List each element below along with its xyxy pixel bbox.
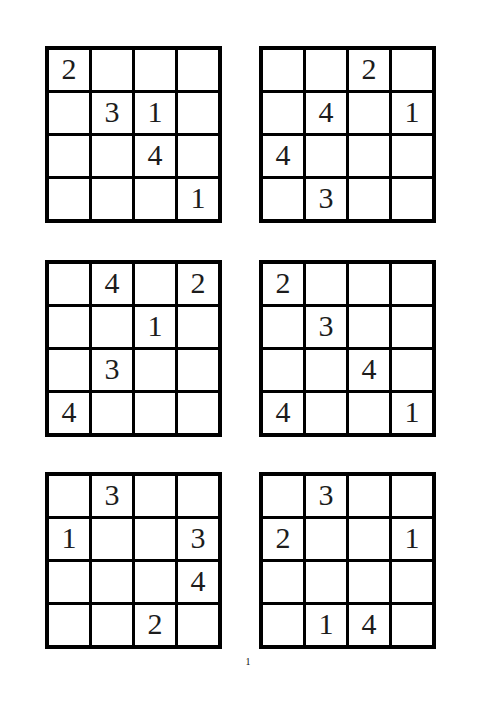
- puzzle-1-cell-r1c2: [92, 50, 132, 90]
- puzzle-2-cell-r3c4: [392, 136, 432, 176]
- puzzle-grid-6: 32114: [259, 472, 436, 649]
- puzzle-3-cell-r2c3: 1: [135, 307, 175, 347]
- puzzle-1-cell-r4c3: [135, 179, 175, 219]
- puzzle-1-cell-r1c3: [135, 50, 175, 90]
- puzzle-2-cell-r2c4: 1: [392, 93, 432, 133]
- puzzle-1-cell-r1c4: [178, 50, 218, 90]
- puzzle-5-cell-r1c4: [178, 476, 218, 516]
- puzzle-4-cell-r4c1: 4: [263, 393, 303, 433]
- puzzle-5-cell-r1c3: [135, 476, 175, 516]
- puzzle-1-cell-r3c2: [92, 136, 132, 176]
- puzzle-3-cell-r4c2: [92, 393, 132, 433]
- puzzle-grid-1: 23141: [45, 46, 222, 223]
- puzzle-6-cell-r3c3: [349, 562, 389, 602]
- puzzle-2-cell-r2c3: [349, 93, 389, 133]
- puzzle-2-cell-r4c4: [392, 179, 432, 219]
- puzzle-6-cell-r4c2: 1: [306, 605, 346, 645]
- puzzle-1-cell-r2c1: [49, 93, 89, 133]
- puzzle-3-cell-r1c4: 2: [178, 264, 218, 304]
- puzzle-4-cell-r2c1: [263, 307, 303, 347]
- puzzle-2-cell-r1c2: [306, 50, 346, 90]
- puzzle-1-cell-r4c1: [49, 179, 89, 219]
- puzzle-4-cell-r1c1: 2: [263, 264, 303, 304]
- puzzle-grid-5: 31342: [45, 472, 222, 649]
- puzzle-1-cell-r1c1: 2: [49, 50, 89, 90]
- page-number: 1: [0, 656, 496, 667]
- puzzle-4-cell-r3c2: [306, 350, 346, 390]
- puzzle-3-cell-r1c2: 4: [92, 264, 132, 304]
- puzzle-2-cell-r1c1: [263, 50, 303, 90]
- puzzle-5-cell-r3c2: [92, 562, 132, 602]
- puzzle-2-cell-r3c2: [306, 136, 346, 176]
- puzzle-5-cell-r4c2: [92, 605, 132, 645]
- puzzle-6-cell-r2c4: 1: [392, 519, 432, 559]
- puzzle-4-cell-r2c4: [392, 307, 432, 347]
- puzzle-1-cell-r2c4: [178, 93, 218, 133]
- puzzle-1-cell-r4c2: [92, 179, 132, 219]
- puzzle-4-cell-r2c3: [349, 307, 389, 347]
- puzzle-3-cell-r4c4: [178, 393, 218, 433]
- puzzle-6-cell-r2c1: 2: [263, 519, 303, 559]
- puzzle-4-cell-r1c2: [306, 264, 346, 304]
- puzzle-grid-3: 42134: [45, 260, 222, 437]
- puzzle-2-cell-r1c3: 2: [349, 50, 389, 90]
- puzzle-3-cell-r2c4: [178, 307, 218, 347]
- puzzle-3-cell-r3c2: 3: [92, 350, 132, 390]
- puzzle-5-cell-r1c1: [49, 476, 89, 516]
- puzzle-3-cell-r4c3: [135, 393, 175, 433]
- puzzle-2-cell-r2c1: [263, 93, 303, 133]
- puzzle-4-cell-r3c3: 4: [349, 350, 389, 390]
- puzzle-5-cell-r2c1: 1: [49, 519, 89, 559]
- puzzle-3-cell-r4c1: 4: [49, 393, 89, 433]
- puzzle-4-cell-r1c4: [392, 264, 432, 304]
- puzzle-1-cell-r3c3: 4: [135, 136, 175, 176]
- puzzle-3-cell-r3c3: [135, 350, 175, 390]
- puzzle-6-cell-r1c1: [263, 476, 303, 516]
- puzzle-sheet-page: 23141 24143 42134 23441 31342 32114 1: [0, 0, 496, 702]
- puzzle-6-cell-r3c4: [392, 562, 432, 602]
- puzzle-3-cell-r3c1: [49, 350, 89, 390]
- puzzle-2-cell-r1c4: [392, 50, 432, 90]
- puzzle-2-cell-r4c1: [263, 179, 303, 219]
- puzzle-6-cell-r4c3: 4: [349, 605, 389, 645]
- puzzle-3-cell-r1c1: [49, 264, 89, 304]
- puzzle-4-cell-r4c3: [349, 393, 389, 433]
- puzzle-2-cell-r3c1: 4: [263, 136, 303, 176]
- puzzle-3-cell-r3c4: [178, 350, 218, 390]
- puzzle-5-cell-r4c3: 2: [135, 605, 175, 645]
- puzzle-6-cell-r1c4: [392, 476, 432, 516]
- puzzle-6-cell-r1c2: 3: [306, 476, 346, 516]
- puzzle-3-cell-r2c2: [92, 307, 132, 347]
- puzzle-5-cell-r2c3: [135, 519, 175, 559]
- puzzle-grid-2: 24143: [259, 46, 436, 223]
- puzzle-6-cell-r4c1: [263, 605, 303, 645]
- puzzle-2-cell-r2c2: 4: [306, 93, 346, 133]
- puzzle-3-cell-r2c1: [49, 307, 89, 347]
- puzzle-6-cell-r4c4: [392, 605, 432, 645]
- puzzle-2-cell-r4c3: [349, 179, 389, 219]
- puzzle-5-cell-r3c3: [135, 562, 175, 602]
- puzzle-3-cell-r1c3: [135, 264, 175, 304]
- puzzle-1-cell-r3c4: [178, 136, 218, 176]
- puzzle-4-cell-r4c4: 1: [392, 393, 432, 433]
- puzzle-6-cell-r3c2: [306, 562, 346, 602]
- puzzle-2-cell-r4c2: 3: [306, 179, 346, 219]
- puzzle-6-cell-r2c2: [306, 519, 346, 559]
- puzzle-2-cell-r3c3: [349, 136, 389, 176]
- puzzle-6-cell-r3c1: [263, 562, 303, 602]
- puzzle-6-cell-r2c3: [349, 519, 389, 559]
- puzzle-5-cell-r2c4: 3: [178, 519, 218, 559]
- puzzle-1-cell-r2c3: 1: [135, 93, 175, 133]
- puzzle-5-cell-r4c1: [49, 605, 89, 645]
- puzzle-5-cell-r3c4: 4: [178, 562, 218, 602]
- puzzle-4-cell-r1c3: [349, 264, 389, 304]
- puzzle-5-cell-r1c2: 3: [92, 476, 132, 516]
- puzzle-6-cell-r1c3: [349, 476, 389, 516]
- puzzle-4-cell-r2c2: 3: [306, 307, 346, 347]
- puzzle-1-cell-r2c2: 3: [92, 93, 132, 133]
- puzzle-5-cell-r3c1: [49, 562, 89, 602]
- puzzle-4-cell-r4c2: [306, 393, 346, 433]
- puzzle-1-cell-r3c1: [49, 136, 89, 176]
- puzzle-5-cell-r4c4: [178, 605, 218, 645]
- puzzle-5-cell-r2c2: [92, 519, 132, 559]
- puzzle-grid-4: 23441: [259, 260, 436, 437]
- puzzle-4-cell-r3c4: [392, 350, 432, 390]
- puzzle-4-cell-r3c1: [263, 350, 303, 390]
- puzzle-1-cell-r4c4: 1: [178, 179, 218, 219]
